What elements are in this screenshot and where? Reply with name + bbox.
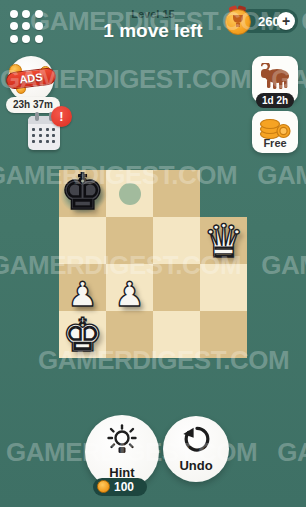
menu-dot	[10, 10, 18, 18]
board-square-a4[interactable]: ♚	[59, 170, 106, 217]
undo-button[interactable]: Undo	[163, 416, 229, 482]
ram-icon	[258, 63, 292, 91]
legal-move-dot[interactable]	[119, 183, 141, 205]
piece-white-queen-d3[interactable]: ♛	[203, 218, 244, 264]
coins-pill[interactable]: 260 +	[238, 9, 298, 33]
piece-white-pawn-a2[interactable]: ♟	[67, 277, 97, 311]
coin-icon	[97, 480, 110, 493]
ads-reward-button[interactable]: ADS 23h 37m	[6, 56, 60, 114]
ram-timer: 1d 2h	[256, 93, 294, 108]
board-square-d2[interactable]	[200, 264, 247, 311]
board-square-b4[interactable]	[106, 170, 153, 217]
board-square-c4[interactable]	[153, 170, 200, 217]
chess-board: ♚♛♟♟♚	[59, 170, 247, 358]
board-square-c2[interactable]	[153, 264, 200, 311]
board-square-a1[interactable]: ♚	[59, 311, 106, 358]
alert-badge: !	[51, 106, 72, 127]
board-square-b1[interactable]	[106, 311, 153, 358]
piece-white-king-a1[interactable]: ♚	[62, 312, 103, 358]
hint-cost-value: 100	[114, 480, 134, 494]
board-square-a3[interactable]	[59, 217, 106, 264]
ram-event-button[interactable]: 1d 2h	[252, 56, 298, 103]
add-coins-button[interactable]: +	[277, 12, 295, 30]
board-square-b2[interactable]: ♟	[106, 264, 153, 311]
board-square-d1[interactable]	[200, 311, 247, 358]
daily-calendar-button[interactable]: !	[28, 110, 72, 154]
coin-medal-icon	[224, 6, 253, 35]
free-label: Free	[252, 137, 298, 149]
board-square-c1[interactable]	[153, 311, 200, 358]
game-screen: Level 15 1 move left 260 + ADS 23h 37m !	[0, 0, 306, 507]
free-coins-button[interactable]: Free	[252, 111, 298, 153]
board-square-b3[interactable]	[106, 217, 153, 264]
piece-white-pawn-b2[interactable]: ♟	[114, 277, 144, 311]
board-square-c3[interactable]	[153, 217, 200, 264]
undo-arrow-icon	[180, 424, 212, 456]
board-square-d3[interactable]: ♛	[200, 217, 247, 264]
undo-label: Undo	[163, 458, 229, 473]
board-square-a2[interactable]: ♟	[59, 264, 106, 311]
hint-bulb-icon	[104, 423, 140, 459]
piece-black-king-a4[interactable]: ♚	[60, 167, 105, 217]
hint-cost-pill: 100	[93, 478, 147, 496]
